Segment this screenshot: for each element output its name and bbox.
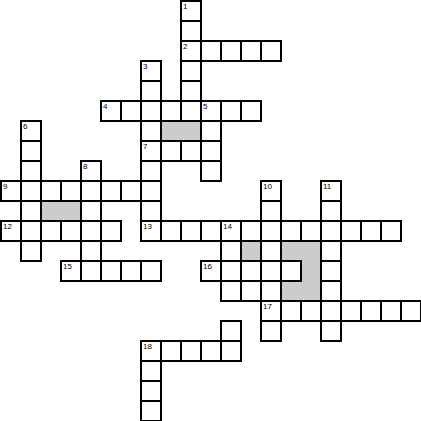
cell-r12-c13[interactable] bbox=[260, 240, 282, 262]
clue-number-5: 5 bbox=[203, 102, 207, 111]
cell-r5-c12[interactable] bbox=[240, 100, 262, 122]
cell-r10-c7[interactable] bbox=[140, 200, 162, 222]
cell-r2-c10[interactable] bbox=[200, 40, 222, 62]
cell-r13-c11[interactable] bbox=[220, 260, 242, 282]
cell-r11-c15[interactable] bbox=[300, 220, 322, 242]
cell-r17-c8[interactable] bbox=[160, 340, 182, 362]
clue-number-12: 12 bbox=[3, 222, 12, 231]
cell-r10-c1[interactable] bbox=[20, 200, 42, 222]
crossword-board: 123456789101112131415161718 bbox=[0, 0, 421, 421]
cell-r11-c10[interactable] bbox=[200, 220, 222, 242]
cell-r13-c14[interactable] bbox=[280, 260, 302, 282]
cell-r4-c9[interactable] bbox=[180, 80, 202, 102]
cell-r7-c10[interactable] bbox=[200, 140, 222, 162]
cell-r5-c9[interactable] bbox=[180, 100, 202, 122]
cell-r11-c17[interactable] bbox=[340, 220, 362, 242]
cell-r11-c8[interactable] bbox=[160, 220, 182, 242]
cell-r4-c7[interactable] bbox=[140, 80, 162, 102]
cell-r2-c13[interactable] bbox=[260, 40, 282, 62]
cell-r8-c7[interactable] bbox=[140, 160, 162, 182]
cell-r11-c7[interactable]: 13 bbox=[140, 220, 162, 242]
cell-r8-c1[interactable] bbox=[20, 160, 42, 182]
cell-r13-c5[interactable] bbox=[100, 260, 122, 282]
cell-r7-c1[interactable] bbox=[20, 140, 42, 162]
clue-number-11: 11 bbox=[323, 182, 331, 191]
cell-r5-c6[interactable] bbox=[120, 100, 142, 122]
cell-r16-c16[interactable] bbox=[320, 320, 342, 342]
clue-number-4: 4 bbox=[103, 102, 107, 111]
cell-r5-c5[interactable]: 4 bbox=[100, 100, 122, 122]
cell-r9-c6[interactable] bbox=[120, 180, 142, 202]
clue-number-2: 2 bbox=[183, 42, 187, 51]
cell-r14-c16[interactable] bbox=[320, 280, 342, 302]
clue-number-9: 9 bbox=[3, 182, 7, 191]
clue-number-7: 7 bbox=[143, 142, 147, 151]
cell-r9-c13[interactable]: 10 bbox=[260, 180, 282, 202]
cell-r15-c20[interactable] bbox=[400, 300, 421, 322]
cell-r0-c9[interactable]: 1 bbox=[180, 0, 202, 22]
cell-r13-c3[interactable]: 15 bbox=[60, 260, 82, 282]
cell-r11-c14[interactable] bbox=[280, 220, 302, 242]
cell-r14-c13[interactable] bbox=[260, 280, 282, 302]
cell-r3-c7[interactable]: 3 bbox=[140, 60, 162, 82]
cell-r9-c3[interactable] bbox=[60, 180, 82, 202]
cell-r18-c7[interactable] bbox=[140, 360, 162, 382]
cell-r16-c11[interactable] bbox=[220, 320, 242, 342]
cell-r11-c11[interactable]: 14 bbox=[220, 220, 242, 242]
cell-r17-c11[interactable] bbox=[220, 340, 242, 362]
cell-r9-c5[interactable] bbox=[100, 180, 122, 202]
cell-r9-c7[interactable] bbox=[140, 180, 162, 202]
cell-r12-c4[interactable] bbox=[80, 240, 102, 262]
cell-r7-c8[interactable] bbox=[160, 140, 182, 162]
clue-number-13: 13 bbox=[143, 222, 152, 231]
cell-r9-c0[interactable]: 9 bbox=[0, 180, 22, 202]
cell-r1-c9[interactable] bbox=[180, 20, 202, 42]
cell-r10-c13[interactable] bbox=[260, 200, 282, 222]
cell-r11-c0[interactable]: 12 bbox=[0, 220, 22, 242]
cell-r11-c19[interactable] bbox=[380, 220, 402, 242]
cell-r9-c16[interactable]: 11 bbox=[320, 180, 342, 202]
cell-r7-c9[interactable] bbox=[180, 140, 202, 162]
shaded-block-2 bbox=[40, 200, 82, 222]
cell-r17-c7[interactable]: 18 bbox=[140, 340, 162, 362]
cell-r5-c7[interactable] bbox=[140, 100, 162, 122]
cell-r11-c4[interactable] bbox=[80, 220, 102, 242]
cell-r15-c14[interactable] bbox=[280, 300, 302, 322]
clue-number-8: 8 bbox=[83, 162, 87, 171]
shaded-block-3 bbox=[240, 240, 262, 262]
cell-r15-c16[interactable] bbox=[320, 300, 342, 322]
cell-r14-c11[interactable] bbox=[220, 280, 242, 302]
cell-r12-c16[interactable] bbox=[320, 240, 342, 262]
cell-r13-c13[interactable] bbox=[260, 260, 282, 282]
cell-r13-c4[interactable] bbox=[80, 260, 102, 282]
cell-r6-c7[interactable] bbox=[140, 120, 162, 142]
cell-r9-c4[interactable] bbox=[80, 180, 102, 202]
cell-r11-c18[interactable] bbox=[360, 220, 382, 242]
clue-number-17: 17 bbox=[263, 302, 272, 311]
clue-number-16: 16 bbox=[203, 262, 212, 271]
clue-number-6: 6 bbox=[23, 122, 27, 131]
cell-r17-c9[interactable] bbox=[180, 340, 202, 362]
cell-r15-c19[interactable] bbox=[380, 300, 402, 322]
cell-r8-c4[interactable]: 8 bbox=[80, 160, 102, 182]
cell-r15-c17[interactable] bbox=[340, 300, 362, 322]
cell-r6-c10[interactable] bbox=[200, 120, 222, 142]
cell-r5-c10[interactable]: 5 bbox=[200, 100, 222, 122]
cell-r9-c2[interactable] bbox=[40, 180, 62, 202]
cell-r6-c1[interactable]: 6 bbox=[20, 120, 42, 142]
cell-r11-c2[interactable] bbox=[40, 220, 62, 242]
cell-r16-c13[interactable] bbox=[260, 320, 282, 342]
cell-r12-c11[interactable] bbox=[220, 240, 242, 262]
cell-r13-c6[interactable] bbox=[120, 260, 142, 282]
cell-r15-c13[interactable]: 17 bbox=[260, 300, 282, 322]
clue-number-3: 3 bbox=[143, 62, 147, 71]
clue-number-18: 18 bbox=[143, 342, 152, 351]
clue-number-15: 15 bbox=[63, 262, 72, 271]
cell-r19-c7[interactable] bbox=[140, 380, 162, 402]
cell-r11-c12[interactable] bbox=[240, 220, 262, 242]
cell-r9-c1[interactable] bbox=[20, 180, 42, 202]
shaded-block-1 bbox=[160, 120, 202, 142]
cell-r2-c9[interactable]: 2 bbox=[180, 40, 202, 62]
cell-r13-c16[interactable] bbox=[320, 260, 342, 282]
cell-r11-c1[interactable] bbox=[20, 220, 42, 242]
cell-r10-c4[interactable] bbox=[80, 200, 102, 222]
cell-r11-c13[interactable] bbox=[260, 220, 282, 242]
cell-r11-c5[interactable] bbox=[100, 220, 122, 242]
cell-r3-c9[interactable] bbox=[180, 60, 202, 82]
cell-r7-c7[interactable]: 7 bbox=[140, 140, 162, 162]
cell-r5-c11[interactable] bbox=[220, 100, 242, 122]
clue-number-14: 14 bbox=[223, 222, 232, 231]
cell-r13-c10[interactable]: 16 bbox=[200, 260, 222, 282]
cell-r8-c10[interactable] bbox=[200, 160, 222, 182]
cell-r2-c11[interactable] bbox=[220, 40, 242, 62]
cell-r14-c12[interactable] bbox=[240, 280, 262, 302]
cell-r11-c9[interactable] bbox=[180, 220, 202, 242]
cell-r5-c8[interactable] bbox=[160, 100, 182, 122]
cell-r20-c7[interactable] bbox=[140, 400, 162, 421]
clue-number-1: 1 bbox=[183, 2, 187, 11]
cell-r12-c1[interactable] bbox=[20, 240, 42, 262]
cell-r10-c16[interactable] bbox=[320, 200, 342, 222]
cell-r2-c12[interactable] bbox=[240, 40, 262, 62]
cell-r11-c16[interactable] bbox=[320, 220, 342, 242]
clue-number-10: 10 bbox=[263, 182, 272, 191]
cell-r17-c10[interactable] bbox=[200, 340, 222, 362]
cell-r11-c3[interactable] bbox=[60, 220, 82, 242]
cell-r13-c12[interactable] bbox=[240, 260, 262, 282]
cell-r15-c15[interactable] bbox=[300, 300, 322, 322]
cell-r15-c18[interactable] bbox=[360, 300, 382, 322]
cell-r13-c7[interactable] bbox=[140, 260, 162, 282]
